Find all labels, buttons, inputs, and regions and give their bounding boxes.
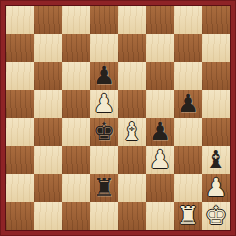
square-f2[interactable] — [146, 174, 174, 202]
square-a4[interactable] — [6, 118, 34, 146]
square-f4[interactable]: ♟ — [146, 118, 174, 146]
square-g4[interactable] — [174, 118, 202, 146]
square-b5[interactable] — [34, 90, 62, 118]
square-f3[interactable]: ♟ — [146, 146, 174, 174]
square-h6[interactable] — [202, 62, 230, 90]
square-b1[interactable] — [34, 202, 62, 230]
square-c5[interactable] — [62, 90, 90, 118]
square-c8[interactable] — [62, 6, 90, 34]
piece-white-pawn-d5[interactable]: ♟ — [93, 90, 115, 118]
square-c1[interactable] — [62, 202, 90, 230]
square-d3[interactable] — [90, 146, 118, 174]
square-f6[interactable] — [146, 62, 174, 90]
square-f5[interactable] — [146, 90, 174, 118]
square-f8[interactable] — [146, 6, 174, 34]
square-e3[interactable] — [118, 146, 146, 174]
square-h1[interactable]: ♚ — [202, 202, 230, 230]
piece-black-pawn-g5[interactable]: ♟ — [177, 90, 199, 118]
square-d7[interactable] — [90, 34, 118, 62]
square-c3[interactable] — [62, 146, 90, 174]
square-a8[interactable] — [6, 6, 34, 34]
square-d4[interactable]: ♚ — [90, 118, 118, 146]
square-h5[interactable] — [202, 90, 230, 118]
board-inner-rim: ♟♟♟♚♝♟♟♝♜♟♜♚ — [5, 5, 231, 231]
piece-black-king-d4[interactable]: ♚ — [93, 118, 115, 146]
piece-black-pawn-f4[interactable]: ♟ — [149, 118, 171, 146]
square-b8[interactable] — [34, 6, 62, 34]
square-g8[interactable] — [174, 6, 202, 34]
square-d6[interactable]: ♟ — [90, 62, 118, 90]
piece-white-king-h1[interactable]: ♚ — [205, 202, 227, 230]
square-a2[interactable] — [6, 174, 34, 202]
square-b2[interactable] — [34, 174, 62, 202]
chess-board: ♟♟♟♚♝♟♟♝♜♟♜♚ — [6, 6, 230, 230]
square-f7[interactable] — [146, 34, 174, 62]
piece-white-pawn-h2[interactable]: ♟ — [205, 174, 227, 202]
piece-white-rook-g1[interactable]: ♜ — [177, 202, 199, 230]
square-e4[interactable]: ♝ — [118, 118, 146, 146]
piece-black-pawn-d6[interactable]: ♟ — [93, 62, 115, 90]
square-d5[interactable]: ♟ — [90, 90, 118, 118]
square-d2[interactable]: ♜ — [90, 174, 118, 202]
square-h4[interactable] — [202, 118, 230, 146]
piece-white-bishop-e4[interactable]: ♝ — [121, 118, 143, 146]
square-g7[interactable] — [174, 34, 202, 62]
square-c6[interactable] — [62, 62, 90, 90]
square-a6[interactable] — [6, 62, 34, 90]
square-e5[interactable] — [118, 90, 146, 118]
square-h2[interactable]: ♟ — [202, 174, 230, 202]
square-c7[interactable] — [62, 34, 90, 62]
square-b3[interactable] — [34, 146, 62, 174]
square-e2[interactable] — [118, 174, 146, 202]
square-a7[interactable] — [6, 34, 34, 62]
square-e8[interactable] — [118, 6, 146, 34]
square-g1[interactable]: ♜ — [174, 202, 202, 230]
square-a5[interactable] — [6, 90, 34, 118]
square-e7[interactable] — [118, 34, 146, 62]
square-d8[interactable] — [90, 6, 118, 34]
square-a1[interactable] — [6, 202, 34, 230]
square-g6[interactable] — [174, 62, 202, 90]
square-h8[interactable] — [202, 6, 230, 34]
square-g3[interactable] — [174, 146, 202, 174]
piece-black-rook-d2[interactable]: ♜ — [93, 174, 115, 202]
square-h7[interactable] — [202, 34, 230, 62]
square-a3[interactable] — [6, 146, 34, 174]
square-d1[interactable] — [90, 202, 118, 230]
square-f1[interactable] — [146, 202, 174, 230]
square-b6[interactable] — [34, 62, 62, 90]
square-e1[interactable] — [118, 202, 146, 230]
square-c2[interactable] — [62, 174, 90, 202]
square-e6[interactable] — [118, 62, 146, 90]
square-h3[interactable]: ♝ — [202, 146, 230, 174]
square-c4[interactable] — [62, 118, 90, 146]
square-g2[interactable] — [174, 174, 202, 202]
square-b4[interactable] — [34, 118, 62, 146]
square-b7[interactable] — [34, 34, 62, 62]
square-g5[interactable]: ♟ — [174, 90, 202, 118]
piece-black-bishop-h3[interactable]: ♝ — [205, 146, 227, 174]
board-frame: ♟♟♟♚♝♟♟♝♜♟♜♚ — [0, 0, 236, 236]
piece-white-pawn-f3[interactable]: ♟ — [149, 146, 171, 174]
